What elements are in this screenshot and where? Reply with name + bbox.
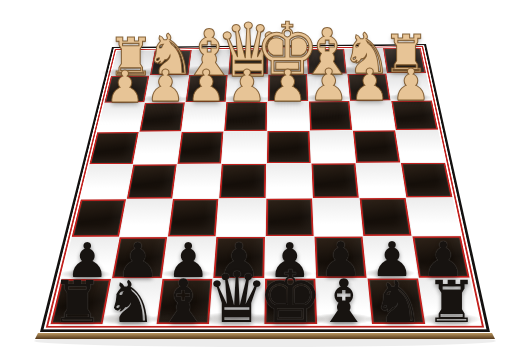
piece-white-pawn-f2[interactable]: ♟ <box>309 63 348 107</box>
piece-black-bishop-f8[interactable]: ♝ <box>317 271 371 331</box>
square-a5[interactable] <box>81 164 133 198</box>
square-c4[interactable] <box>178 132 224 164</box>
piece-black-knight-g8[interactable]: ♞ <box>372 273 424 331</box>
piece-white-pawn-h2[interactable]: ♟ <box>391 62 430 106</box>
square-e5[interactable] <box>266 163 312 198</box>
piece-black-king-e8[interactable]: ♚ <box>258 262 323 334</box>
square-e4[interactable] <box>267 131 311 163</box>
piece-white-pawn-g2[interactable]: ♟ <box>350 63 389 107</box>
piece-white-pawn-e2[interactable]: ♟ <box>268 63 307 107</box>
square-h4[interactable] <box>396 130 445 162</box>
piece-black-bishop-c8[interactable]: ♝ <box>157 271 211 331</box>
square-g4[interactable] <box>353 131 400 163</box>
piece-black-rook-a8[interactable]: ♜ <box>52 273 104 331</box>
square-f4[interactable] <box>310 131 355 163</box>
piece-white-pawn-c2[interactable]: ♟ <box>186 64 225 108</box>
square-c5[interactable] <box>173 164 221 198</box>
piece-white-pawn-b2[interactable]: ♟ <box>146 64 185 108</box>
square-b5[interactable] <box>127 164 177 198</box>
piece-white-pawn-a2[interactable]: ♟ <box>105 65 144 109</box>
square-a4[interactable] <box>89 132 138 164</box>
piece-black-knight-b8[interactable]: ♞ <box>104 273 156 331</box>
square-h5[interactable] <box>401 163 453 198</box>
square-f5[interactable] <box>311 163 358 198</box>
square-d5[interactable] <box>220 164 266 198</box>
piece-white-pawn-d2[interactable]: ♟ <box>227 64 266 108</box>
square-d4[interactable] <box>222 131 266 163</box>
square-b4[interactable] <box>134 132 182 164</box>
square-g5[interactable] <box>356 163 405 198</box>
square-h6[interactable] <box>406 198 460 236</box>
chess-photo-scene: ♜♞♝♛♚♝♞♜♟♟♟♟♟♟♟♟♟♟♟♟♟♟♟♟♜♞♝♛♚♝♞♜ <box>0 0 525 350</box>
piece-black-rook-h8[interactable]: ♜ <box>426 273 478 331</box>
